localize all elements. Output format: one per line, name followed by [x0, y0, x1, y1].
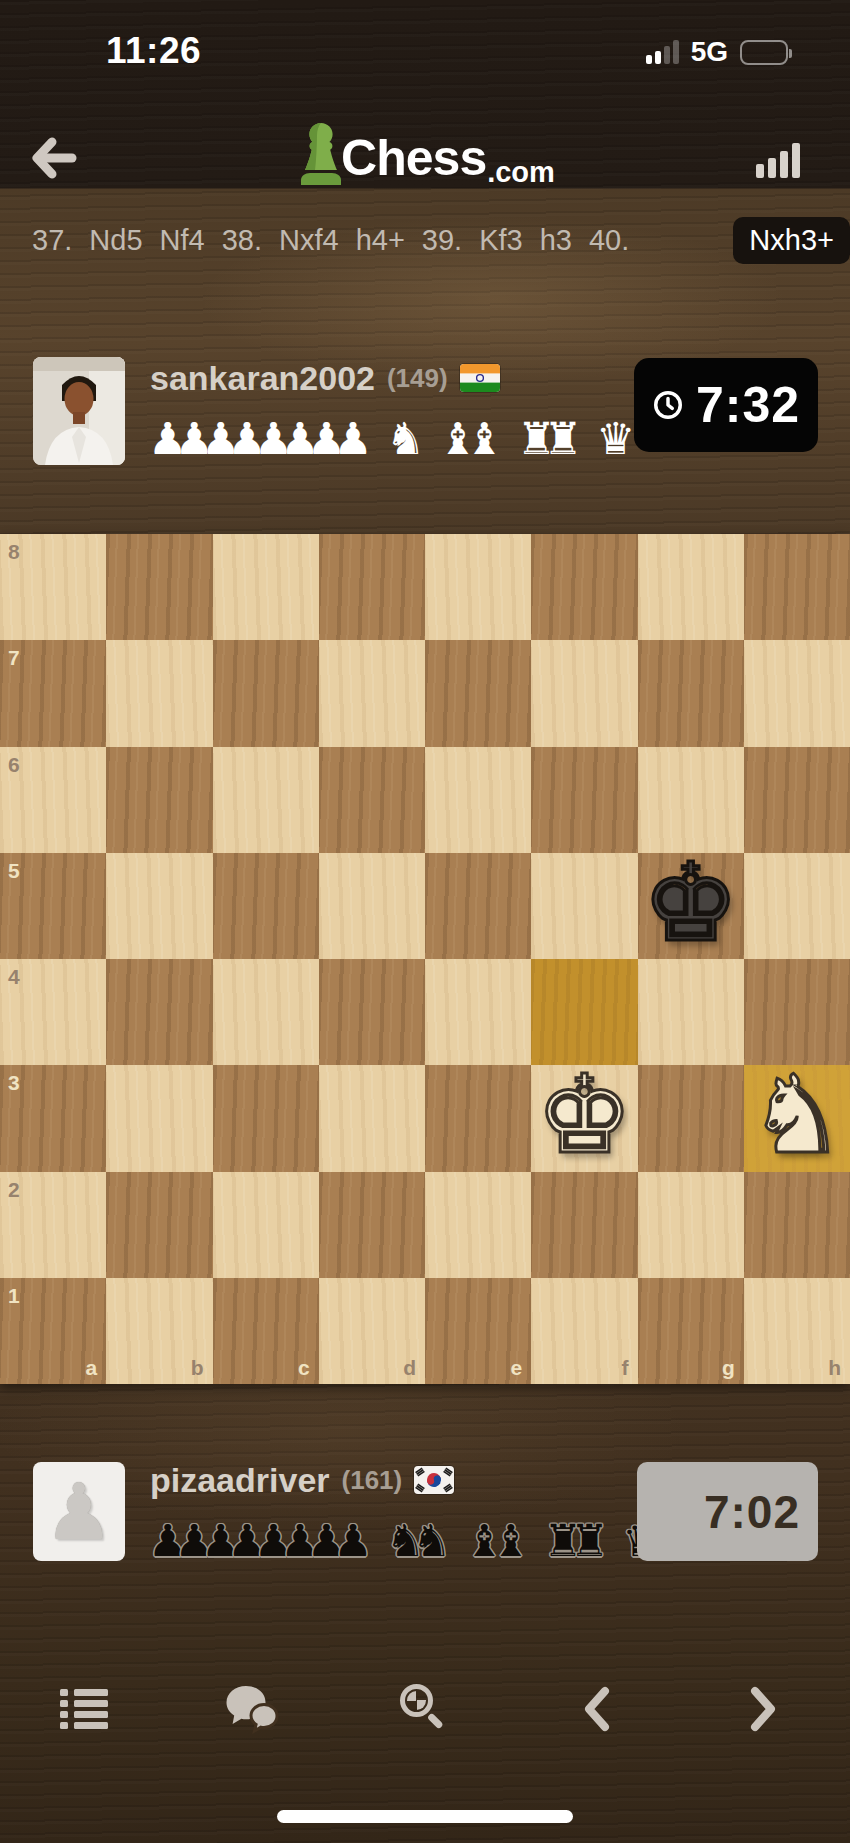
square-a6[interactable]: 6 [0, 747, 106, 853]
square-f8[interactable] [531, 534, 637, 640]
square-b6[interactable] [106, 747, 212, 853]
top-player-rating: (149) [387, 363, 448, 394]
file-label-h: h [828, 1357, 841, 1378]
square-d5[interactable] [319, 853, 425, 959]
square-f2[interactable] [531, 1172, 637, 1278]
bottom-player-clock: 7:02 [637, 1462, 818, 1561]
square-a7[interactable]: 7 [0, 640, 106, 746]
previous-move-button[interactable] [564, 1677, 628, 1741]
bottom-player-rating: (161) [342, 1465, 403, 1496]
square-g8[interactable] [638, 534, 744, 640]
square-f4[interactable] [531, 959, 637, 1065]
square-g5[interactable]: ♚ [638, 853, 744, 959]
square-g1[interactable]: g [638, 1278, 744, 1384]
captured-knight-group: ♞ [386, 417, 425, 461]
square-e5[interactable] [425, 853, 531, 959]
square-f7[interactable] [531, 640, 637, 746]
home-indicator [277, 1810, 573, 1823]
move-list-icon [60, 1688, 108, 1730]
square-c7[interactable] [213, 640, 319, 746]
network-type-label: 5G [691, 36, 728, 68]
move-item[interactable]: Nxf4 [279, 224, 339, 257]
square-e1[interactable]: e [425, 1278, 531, 1384]
india-flag-icon [460, 364, 500, 392]
square-a1[interactable]: 1a [0, 1278, 106, 1384]
south-korea-flag-icon [414, 1466, 454, 1494]
move-item[interactable]: Kf3 [479, 224, 523, 257]
white-knight[interactable]: ♞ [744, 1065, 850, 1171]
rank-label-4: 4 [8, 966, 20, 987]
square-h6[interactable] [744, 747, 850, 853]
square-g4[interactable] [638, 959, 744, 1065]
top-player-captured-pieces: ♟♟♟♟♟♟♟♟♞♝♝♜♜♛ [148, 410, 648, 468]
captured-knight-group: ♞♞ [386, 1519, 452, 1563]
next-move-button[interactable] [732, 1677, 796, 1741]
top-player-username: sankaran2002 [150, 359, 375, 398]
chesscom-logo: Chess .com [0, 118, 850, 198]
status-indicators: 5G [646, 36, 788, 68]
move-list-bar: 37.Nd5Nf438.Nxf4h4+39.Kf3h340.Nxh3+ [0, 216, 850, 264]
white-king[interactable]: ♚ [531, 1065, 637, 1171]
square-d1[interactable]: d [319, 1278, 425, 1384]
move-item[interactable]: h3 [540, 224, 572, 257]
square-d6[interactable] [319, 747, 425, 853]
square-b2[interactable] [106, 1172, 212, 1278]
logo-text: Chess [341, 129, 486, 187]
file-label-g: g [722, 1357, 735, 1378]
square-e4[interactable] [425, 959, 531, 1065]
move-item[interactable]: Nf4 [160, 224, 205, 257]
square-h3[interactable]: ♞ [744, 1065, 850, 1171]
captured-pawn-group: ♟♟♟♟♟♟♟♟ [148, 417, 373, 461]
square-c4[interactable] [213, 959, 319, 1065]
square-a2[interactable]: 2 [0, 1172, 106, 1278]
analysis-button[interactable] [391, 1677, 455, 1741]
square-f6[interactable] [531, 747, 637, 853]
square-e2[interactable] [425, 1172, 531, 1278]
square-g7[interactable] [638, 640, 744, 746]
chat-bubbles-icon [224, 1684, 280, 1734]
file-label-a: a [86, 1357, 98, 1378]
battery-icon [740, 40, 788, 65]
bottom-player-username: pizaadriver [150, 1461, 330, 1500]
rank-label-8: 8 [8, 541, 20, 562]
square-e3[interactable] [425, 1065, 531, 1171]
square-c2[interactable] [213, 1172, 319, 1278]
chevron-left-icon [581, 1686, 611, 1732]
square-g2[interactable] [638, 1172, 744, 1278]
captured-bishop-group: ♝♝ [438, 417, 504, 461]
file-label-c: c [298, 1357, 310, 1378]
square-h4[interactable] [744, 959, 850, 1065]
move-item[interactable]: h4+ [356, 224, 405, 257]
top-player-name-row: sankaran2002 (149) [150, 356, 500, 400]
move-item[interactable]: 37. [32, 224, 72, 257]
square-b7[interactable] [106, 640, 212, 746]
move-item[interactable]: Nd5 [89, 224, 142, 257]
connection-strength-icon [756, 142, 800, 178]
black-king[interactable]: ♚ [638, 853, 744, 959]
square-b5[interactable] [106, 853, 212, 959]
square-d4[interactable] [319, 959, 425, 1065]
captured-pawn-group: ♟♟♟♟♟♟♟♟ [148, 1519, 373, 1563]
rank-label-3: 3 [8, 1072, 20, 1093]
square-b3[interactable] [106, 1065, 212, 1171]
rank-label-1: 1 [8, 1285, 20, 1306]
top-player-avatar[interactable] [33, 357, 125, 465]
bottom-player-name-row: pizaadriver (161) [150, 1458, 454, 1502]
rank-label-2: 2 [8, 1179, 20, 1200]
square-b8[interactable] [106, 534, 212, 640]
square-a5[interactable]: 5 [0, 853, 106, 959]
rank-label-5: 5 [8, 860, 20, 881]
logo-suffix: .com [487, 156, 555, 189]
square-e8[interactable] [425, 534, 531, 640]
square-a8[interactable]: 8 [0, 534, 106, 640]
move-item[interactable]: 38. [222, 224, 262, 257]
square-c5[interactable] [213, 853, 319, 959]
bottom-player-pawn-avatar-icon: ♟ [44, 1473, 114, 1551]
square-c8[interactable] [213, 534, 319, 640]
top-player-time: 7:32 [696, 376, 800, 434]
square-h7[interactable] [744, 640, 850, 746]
rank-label-6: 6 [8, 754, 20, 775]
chesscom-pawn-icon [295, 119, 347, 187]
square-f3[interactable]: ♚ [531, 1065, 637, 1171]
status-time: 11:26 [106, 30, 201, 72]
square-a4[interactable]: 4 [0, 959, 106, 1065]
chess-board[interactable]: 8765♚43♚♞21abcdefgh [0, 534, 850, 1384]
move-item[interactable]: 40. [589, 224, 629, 257]
file-label-d: d [403, 1357, 416, 1378]
square-c6[interactable] [213, 747, 319, 853]
captured-rook-group: ♜♜ [543, 1519, 609, 1563]
current-move[interactable]: Nxh3+ [733, 217, 850, 264]
captured-bishop-group: ♝♝ [465, 1519, 531, 1563]
chat-button[interactable] [220, 1677, 284, 1741]
square-g3[interactable] [638, 1065, 744, 1171]
chess-app-screen: 11:26 5G Chess .com 37.Nd5Nf438.Nxf4h4+3… [0, 0, 850, 1843]
square-d3[interactable] [319, 1065, 425, 1171]
top-player-clock: 7:32 [634, 358, 818, 452]
bottom-player-time: 7:02 [704, 1485, 800, 1539]
square-a3[interactable]: 3 [0, 1065, 106, 1171]
analysis-magnifier-icon [398, 1684, 448, 1734]
square-b1[interactable]: b [106, 1278, 212, 1384]
square-b4[interactable] [106, 959, 212, 1065]
cell-signal-icon [646, 40, 679, 64]
square-f5[interactable] [531, 853, 637, 959]
square-h5[interactable] [744, 853, 850, 959]
move-item[interactable]: 39. [422, 224, 462, 257]
square-h2[interactable] [744, 1172, 850, 1278]
square-g6[interactable] [638, 747, 744, 853]
chevron-right-icon [749, 1686, 779, 1732]
square-h1[interactable]: h [744, 1278, 850, 1384]
file-label-b: b [191, 1357, 204, 1378]
move-list-button[interactable] [52, 1677, 116, 1741]
square-e7[interactable] [425, 640, 531, 746]
square-e6[interactable] [425, 747, 531, 853]
captured-rook-group: ♜♜ [517, 417, 583, 461]
square-c3[interactable] [213, 1065, 319, 1171]
file-label-e: e [511, 1357, 523, 1378]
captured-queen-group: ♛ [596, 417, 635, 461]
clock-icon [652, 389, 684, 421]
square-d2[interactable] [319, 1172, 425, 1278]
square-d8[interactable] [319, 534, 425, 640]
square-c1[interactable]: c [213, 1278, 319, 1384]
file-label-f: f [622, 1357, 629, 1378]
top-player-photo [33, 357, 125, 465]
rank-label-7: 7 [8, 647, 20, 668]
square-d7[interactable] [319, 640, 425, 746]
square-h8[interactable] [744, 534, 850, 640]
bottom-player-avatar[interactable]: ♟ [33, 1462, 125, 1561]
square-f1[interactable]: f [531, 1278, 637, 1384]
